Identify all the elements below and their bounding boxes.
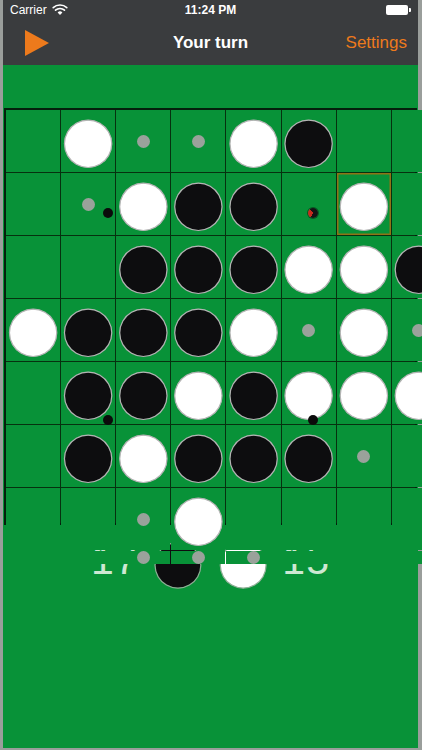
board-cell-f8[interactable]	[282, 551, 336, 564]
board-cell-e5[interactable]: ●	[226, 362, 280, 424]
white-disc: ●	[116, 171, 170, 233]
board-cell-e8[interactable]	[226, 551, 280, 564]
board-cell-g3[interactable]: ●	[337, 236, 391, 298]
board-cell-e1[interactable]: ●	[226, 110, 280, 172]
star-point	[103, 208, 113, 218]
board-cell-a2[interactable]	[6, 173, 60, 235]
legal-move-hint[interactable]	[192, 551, 205, 564]
board-area: ●●●●●●●●●●●●●●●●●●●●●●●●●●●●●●●●	[3, 108, 418, 525]
board-cell-c3[interactable]: ●	[116, 236, 170, 298]
black-disc: ●	[116, 297, 170, 359]
white-disc: ●	[337, 234, 391, 296]
board-cell-e7[interactable]	[226, 488, 280, 550]
carrier-label: Carrier	[10, 3, 47, 17]
white-disc: ●	[282, 234, 336, 296]
board-cell-c5[interactable]: ●	[116, 362, 170, 424]
legal-move-hint[interactable]	[357, 450, 370, 463]
board-cell-d7[interactable]: ●	[171, 488, 225, 550]
white-disc: ●	[171, 360, 225, 422]
legal-move-hint[interactable]	[137, 513, 150, 526]
board-cell-b8[interactable]	[61, 551, 115, 564]
black-disc: ●	[392, 234, 422, 296]
board-cell-b7[interactable]	[61, 488, 115, 550]
black-disc: ●	[171, 297, 225, 359]
board-cell-f2[interactable]	[282, 173, 336, 235]
board-cell-b4[interactable]: ●	[61, 299, 115, 361]
board-cell-a5[interactable]	[6, 362, 60, 424]
star-point	[308, 415, 318, 425]
board-cell-g8[interactable]	[337, 551, 391, 564]
board-cell-d5[interactable]: ●	[171, 362, 225, 424]
board-cell-c1[interactable]	[116, 110, 170, 172]
board-cell-h4[interactable]	[392, 299, 422, 361]
board-cell-c2[interactable]: ●	[116, 173, 170, 235]
board-cell-d2[interactable]: ●	[171, 173, 225, 235]
board-cell-h3[interactable]: ●	[392, 236, 422, 298]
status-bar: Carrier 11:24 PM	[3, 0, 418, 20]
white-disc: ●	[226, 297, 280, 359]
settings-button[interactable]: Settings	[346, 33, 407, 53]
black-disc: ●	[116, 360, 170, 422]
board-cell-d3[interactable]: ●	[171, 236, 225, 298]
board-cell-h1[interactable]	[392, 110, 422, 172]
board-cell-h2[interactable]	[392, 173, 422, 235]
board-cell-b3[interactable]	[61, 236, 115, 298]
board-cell-a3[interactable]	[6, 236, 60, 298]
board-cell-b1[interactable]: ●	[61, 110, 115, 172]
white-disc: ●	[282, 360, 336, 422]
white-disc: ●	[337, 360, 391, 422]
board-cell-g6[interactable]	[337, 425, 391, 487]
board: ●●●●●●●●●●●●●●●●●●●●●●●●●●●●●●●●	[4, 108, 417, 525]
board-cell-e6[interactable]: ●	[226, 425, 280, 487]
black-disc: ●	[226, 423, 280, 485]
board-cell-d6[interactable]: ●	[171, 425, 225, 487]
board-cell-h5[interactable]: ●	[392, 362, 422, 424]
black-disc: ●	[282, 108, 336, 170]
star-point-last-move-marker	[308, 208, 318, 218]
board-cell-h8[interactable]	[392, 551, 422, 564]
board-cell-a8[interactable]	[6, 551, 60, 564]
board-cell-f7[interactable]	[282, 488, 336, 550]
board-cell-e4[interactable]: ●	[226, 299, 280, 361]
board-cell-b2[interactable]	[61, 173, 115, 235]
board-cell-a4[interactable]: ●	[6, 299, 60, 361]
board-cell-f6[interactable]: ●	[282, 425, 336, 487]
white-disc: ●	[337, 171, 391, 233]
board-cell-a1[interactable]	[6, 110, 60, 172]
board-cell-f4[interactable]	[282, 299, 336, 361]
black-disc: ●	[226, 360, 280, 422]
app-screen: Carrier 11:24 PM Your turn Settings ●●●●…	[3, 0, 418, 748]
legal-move-hint[interactable]	[302, 324, 315, 337]
board-cell-c7[interactable]	[116, 488, 170, 550]
play-triangle-icon	[25, 30, 49, 56]
black-disc: ●	[61, 297, 115, 359]
board-cell-f1[interactable]: ●	[282, 110, 336, 172]
black-disc: ●	[282, 423, 336, 485]
black-disc: ●	[171, 171, 225, 233]
play-button[interactable]	[25, 29, 51, 57]
white-disc: ●	[392, 360, 422, 422]
black-disc: ●	[61, 360, 115, 422]
legal-move-hint[interactable]	[247, 551, 260, 564]
board-cell-g7[interactable]	[337, 488, 391, 550]
black-disc: ●	[61, 423, 115, 485]
board-cell-b6[interactable]: ●	[61, 425, 115, 487]
white-disc: ●	[116, 423, 170, 485]
board-cell-a7[interactable]	[6, 488, 60, 550]
board-cell-d4[interactable]: ●	[171, 299, 225, 361]
white-disc: ●	[171, 486, 225, 548]
white-disc: ●	[337, 297, 391, 359]
star-point	[103, 415, 113, 425]
black-disc: ●	[171, 234, 225, 296]
board-cell-e3[interactable]: ●	[226, 236, 280, 298]
board-cell-g4[interactable]: ●	[337, 299, 391, 361]
wifi-icon	[52, 4, 68, 16]
board-cell-d8[interactable]	[171, 551, 225, 564]
black-disc: ●	[171, 423, 225, 485]
black-disc: ●	[226, 234, 280, 296]
board-cell-g1[interactable]	[337, 110, 391, 172]
legal-move-hint[interactable]	[82, 198, 95, 211]
board-cell-d1[interactable]	[171, 110, 225, 172]
legal-move-hint[interactable]	[412, 324, 422, 337]
board-cell-c4[interactable]: ●	[116, 299, 170, 361]
board-cell-e2[interactable]: ●	[226, 173, 280, 235]
legal-move-hint[interactable]	[192, 135, 205, 148]
board-cell-f3[interactable]: ●	[282, 236, 336, 298]
board-cell-c6[interactable]: ●	[116, 425, 170, 487]
board-cell-g5[interactable]: ●	[337, 362, 391, 424]
legal-move-hint[interactable]	[137, 135, 150, 148]
device-frame: { "game": "othello", "status_bar": { "ca…	[0, 0, 422, 750]
board-cell-g2[interactable]: ●	[337, 173, 391, 235]
board-cell-a6[interactable]	[6, 425, 60, 487]
board-cell-f5[interactable]: ●	[282, 362, 336, 424]
white-disc: ●	[6, 297, 60, 359]
board-cell-c8[interactable]	[116, 551, 170, 564]
white-disc: ●	[226, 108, 280, 170]
board-cell-h6[interactable]	[392, 425, 422, 487]
black-disc: ●	[226, 171, 280, 233]
legal-move-hint[interactable]	[137, 551, 150, 564]
board-cell-h7[interactable]	[392, 488, 422, 550]
nav-bar: Your turn Settings	[3, 20, 418, 65]
battery-icon	[386, 5, 411, 15]
white-disc: ●	[61, 108, 115, 170]
black-disc: ●	[116, 234, 170, 296]
